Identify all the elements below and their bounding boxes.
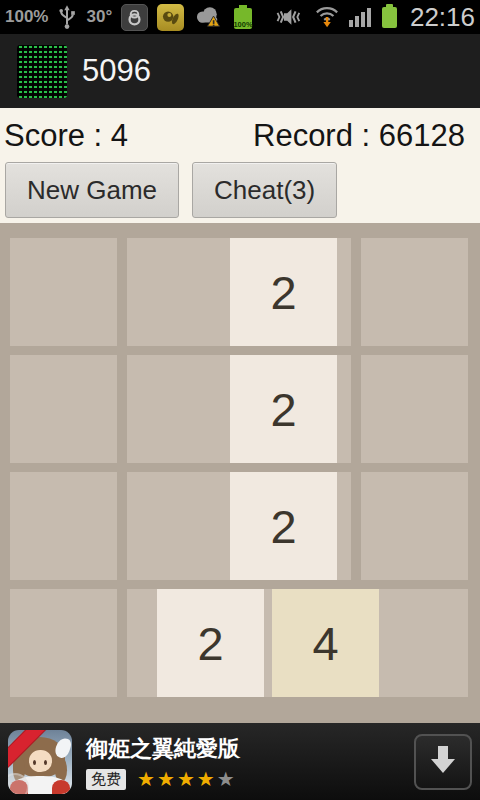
star-icon: ★ xyxy=(177,768,197,790)
board-cell xyxy=(10,472,117,580)
usb-icon xyxy=(57,4,77,30)
app-title: 5096 xyxy=(82,53,151,89)
cloud-warning-icon xyxy=(193,5,223,29)
board-cell xyxy=(127,472,234,580)
score-value: 4 xyxy=(111,118,128,153)
applock-icon xyxy=(121,4,148,31)
yellow-app-icon xyxy=(157,4,184,31)
tile-4: 4 xyxy=(272,589,379,697)
tile-2: 2 xyxy=(230,472,337,580)
tile-2: 2 xyxy=(230,238,337,346)
status-right-group: 22:16 xyxy=(275,2,475,33)
status-left-group: 100% 30° xyxy=(5,3,254,31)
controls-row: New Game Cheat(3) xyxy=(5,162,337,218)
board-cell xyxy=(10,589,117,697)
vibrate-icon xyxy=(275,5,305,29)
board-cell xyxy=(361,472,468,580)
tile-2: 2 xyxy=(230,355,337,463)
clock-text: 22:16 xyxy=(410,2,475,33)
record-text: Record : 66128 xyxy=(253,118,465,154)
score-text: Score : 4 xyxy=(4,118,128,154)
star-icon: ★ xyxy=(217,768,237,790)
status-bar: 100% 30° xyxy=(0,0,480,34)
star-icon: ★ xyxy=(137,768,157,790)
cheat-button[interactable]: Cheat(3) xyxy=(192,162,337,218)
matrix-app-icon xyxy=(17,45,67,98)
score-row: Score : 4 Record : 66128 xyxy=(0,111,480,161)
board-cell xyxy=(10,238,117,346)
rating-stars: ★★★★★ xyxy=(137,769,237,789)
signal-bars-icon xyxy=(349,7,371,27)
ad-info-bubble xyxy=(8,773,29,794)
board-cell xyxy=(10,355,117,463)
temperature-text: 30° xyxy=(86,7,112,27)
board-cell xyxy=(361,355,468,463)
board[interactable]: 22224 xyxy=(0,223,480,723)
record-value: 66128 xyxy=(379,118,465,153)
ad-price-badge: 免费 xyxy=(86,769,126,790)
ad-download-button[interactable] xyxy=(414,734,472,790)
battery-100-icon: 100% xyxy=(232,3,254,31)
ad-text-block: 御姫之翼純愛版 免费 ★★★★★ xyxy=(86,734,240,790)
battery-icon-label: 100% xyxy=(234,20,254,29)
download-arrow-icon xyxy=(430,745,456,779)
title-bar: 5096 xyxy=(0,34,480,108)
tile-2: 2 xyxy=(157,589,264,697)
battery-percent-text: 100% xyxy=(5,7,48,27)
ad-character-headgear xyxy=(53,736,72,759)
battery-icon xyxy=(382,7,397,28)
board-cell xyxy=(127,238,234,346)
ad-title: 御姫之翼純愛版 xyxy=(86,734,240,764)
ad-app-icon[interactable] xyxy=(8,730,72,794)
new-game-button[interactable]: New Game xyxy=(5,162,179,218)
star-icon: ★ xyxy=(197,768,217,790)
phone-screen: 100% 30° xyxy=(0,0,480,800)
ad-banner[interactable]: 御姫之翼純愛版 免费 ★★★★★ xyxy=(0,723,480,800)
board-cell xyxy=(361,238,468,346)
board-cell xyxy=(127,355,234,463)
star-icon: ★ xyxy=(157,768,177,790)
wifi-download-icon xyxy=(314,5,340,29)
